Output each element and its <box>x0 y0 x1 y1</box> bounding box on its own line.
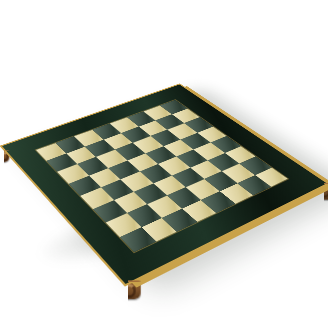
square-c6[interactable] <box>96 150 127 168</box>
gold-rook[interactable]: ♜ <box>119 200 156 242</box>
square-a1[interactable]: ♜ <box>120 227 156 252</box>
square-a7[interactable]: ♟ <box>46 153 77 171</box>
board-scene: ♜♞♝♛♚♝♞♜♟♟♟♟♟♟♟♟♟♟♟♟♟♟♟♟♜♞♝♛♚♝♞♜ <box>0 0 328 328</box>
square-a5[interactable] <box>68 176 100 196</box>
silver-pawn[interactable]: ♟ <box>48 135 75 165</box>
product-photo: ♜♞♝♛♚♝♞♜♟♟♟♟♟♟♟♟♟♟♟♟♟♟♟♟♜♞♝♛♚♝♞♜ <box>0 0 328 328</box>
board-grid: ♜♞♝♛♚♝♞♜♟♟♟♟♟♟♟♟♟♟♟♟♟♟♟♟♜♞♝♛♚♝♞♜ <box>36 100 288 252</box>
chess-board: ♜♞♝♛♚♝♞♜♟♟♟♟♟♟♟♟♟♟♟♟♟♟♟♟♜♞♝♛♚♝♞♜ <box>0 83 328 286</box>
